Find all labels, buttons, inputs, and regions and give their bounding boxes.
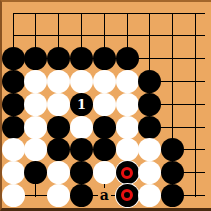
black-stone: [24, 47, 47, 70]
board-point: [116, 184, 139, 207]
white-stone: [24, 70, 47, 93]
black-stone: [161, 184, 184, 207]
board-point: [47, 24, 70, 47]
board-point: [116, 138, 139, 161]
board-point: [70, 138, 93, 161]
board-point: [24, 161, 47, 184]
board-point: [184, 138, 207, 161]
board-point: [116, 24, 139, 47]
black-stone: 1: [70, 93, 93, 116]
black-stone: [70, 161, 93, 184]
white-stone: [2, 184, 25, 207]
board-point: [138, 116, 161, 139]
board-point: [184, 161, 207, 184]
white-stone: [93, 93, 116, 116]
board-point: [138, 138, 161, 161]
board-point: [47, 47, 70, 70]
white-stone: [116, 138, 139, 161]
board-point: [47, 138, 70, 161]
board-point: [24, 93, 47, 116]
black-stone: [70, 184, 93, 207]
black-stone: [138, 93, 161, 116]
go-board: 1a: [0, 0, 211, 211]
white-stone: [70, 70, 93, 93]
white-stone: [24, 93, 47, 116]
board-point: [184, 47, 207, 70]
board-point: [161, 47, 184, 70]
black-stone: [47, 47, 70, 70]
board-point: [184, 70, 207, 93]
white-stone: [93, 161, 116, 184]
board-point: [161, 2, 184, 25]
board-point: [24, 138, 47, 161]
board-point: [70, 161, 93, 184]
black-stone: [2, 70, 25, 93]
board-point: [70, 24, 93, 47]
white-stone: [47, 184, 70, 207]
board-point: [138, 47, 161, 70]
board-point: [184, 184, 207, 207]
move-number-label: 1: [77, 98, 86, 111]
red-circle-mark: [121, 189, 133, 201]
board-point: [138, 2, 161, 25]
board-point: [161, 93, 184, 116]
board-point: [2, 70, 25, 93]
white-stone: [47, 161, 70, 184]
black-stone: [116, 161, 139, 184]
black-stone: [70, 138, 93, 161]
board-point: [70, 2, 93, 25]
black-stone: [116, 184, 139, 207]
white-stone: [116, 116, 139, 139]
board-point: [24, 116, 47, 139]
board-point: [47, 93, 70, 116]
board-point: [138, 184, 161, 207]
board-point: [138, 24, 161, 47]
board-point: [116, 116, 139, 139]
board-point: [24, 2, 47, 25]
board-point: [47, 161, 70, 184]
board-point: [2, 2, 25, 25]
board-point: [184, 24, 207, 47]
black-stone: [138, 70, 161, 93]
board-point: [2, 161, 25, 184]
white-stone: [2, 138, 25, 161]
board-point: [138, 70, 161, 93]
board-point: [138, 161, 161, 184]
white-stone: [24, 138, 47, 161]
white-stone: [116, 70, 139, 93]
black-stone: [116, 47, 139, 70]
board-point: [93, 138, 116, 161]
board-point: [2, 184, 25, 207]
board-point: [2, 24, 25, 47]
board-point: [93, 2, 116, 25]
board-point: [24, 184, 47, 207]
black-stone: [93, 138, 116, 161]
board-point: [184, 2, 207, 25]
board-point: [116, 161, 139, 184]
white-stone: [138, 138, 161, 161]
board-point: [47, 184, 70, 207]
black-stone: [138, 116, 161, 139]
white-stone: [47, 93, 70, 116]
board-point: [161, 24, 184, 47]
board-point: [2, 138, 25, 161]
black-stone: [24, 161, 47, 184]
board-point: [70, 47, 93, 70]
board-point: [116, 70, 139, 93]
black-stone: [2, 47, 25, 70]
board-point: [161, 116, 184, 139]
black-stone: [161, 138, 184, 161]
board-point: [70, 70, 93, 93]
board-point: [161, 138, 184, 161]
board-point: [116, 47, 139, 70]
board-point: 1: [70, 93, 93, 116]
board-point: [184, 93, 207, 116]
black-stone: [2, 93, 25, 116]
board-point: [93, 116, 116, 139]
board-point: [24, 24, 47, 47]
white-stone: [47, 70, 70, 93]
board-point: [2, 116, 25, 139]
white-stone: [138, 184, 161, 207]
board-point: a: [93, 184, 116, 207]
board-point: [2, 47, 25, 70]
black-stone: [93, 47, 116, 70]
black-stone: [93, 116, 116, 139]
black-stone: [47, 138, 70, 161]
board-point: [70, 116, 93, 139]
board-point: [2, 93, 25, 116]
black-stone: [2, 116, 25, 139]
white-stone: [24, 116, 47, 139]
white-stone: [138, 161, 161, 184]
red-circle-mark: [121, 167, 133, 179]
board-point: [116, 93, 139, 116]
board-point: [24, 70, 47, 93]
black-stone: [70, 47, 93, 70]
board-point: [116, 2, 139, 25]
board-point: [161, 184, 184, 207]
board-point: [161, 70, 184, 93]
board-point: [47, 70, 70, 93]
board-point: [47, 2, 70, 25]
white-stone: [116, 93, 139, 116]
board-grid: 1a: [2, 2, 207, 207]
board-point: [138, 93, 161, 116]
black-stone: [47, 116, 70, 139]
point-label-a: a: [98, 188, 111, 202]
board-point: [24, 47, 47, 70]
board-point: [184, 116, 207, 139]
black-stone: [161, 161, 184, 184]
board-point: [93, 24, 116, 47]
board-point: [47, 116, 70, 139]
board-point: [161, 161, 184, 184]
white-stone: [93, 70, 116, 93]
board-point: [93, 47, 116, 70]
white-stone: [2, 161, 25, 184]
board-point: [93, 70, 116, 93]
board-point: [93, 161, 116, 184]
board-point: [70, 184, 93, 207]
white-stone: [70, 116, 93, 139]
board-point: [93, 93, 116, 116]
